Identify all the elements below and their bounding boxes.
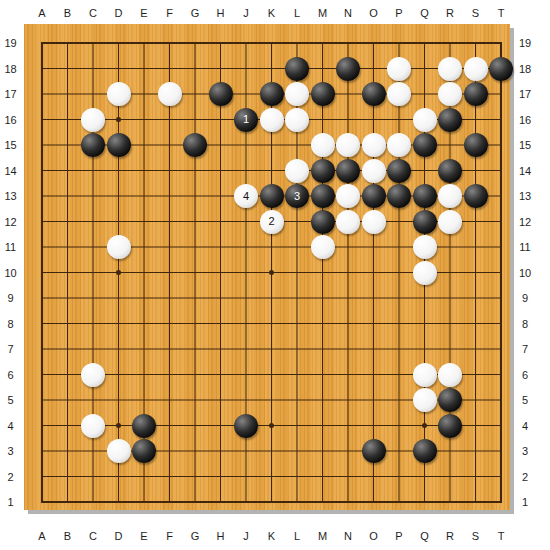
stone-white-L14 [285,159,309,183]
col-label-top-J: J [236,5,256,21]
stone-white-D11 [107,235,131,259]
col-label-top-G: G [185,5,205,21]
stone-white-R18 [438,57,462,81]
stone-white-R6 [438,363,462,387]
stone-white-C4 [81,414,105,438]
row-label-right-5: 5 [512,392,538,408]
row-label-right-2: 2 [512,469,538,485]
go-diagram: ABCDEFGHJKLMNOPQRST ABCDEFGHJKLMNOPQRST … [0,0,550,550]
row-label-left-5: 5 [0,392,21,408]
stone-black-L18 [285,57,309,81]
stone-black-E3 [132,439,156,463]
star-point [269,423,274,428]
row-label-right-3: 3 [512,443,538,459]
stone-black-N14 [336,159,360,183]
stone-black-H17 [209,82,233,106]
stone-black-R5 [438,388,462,412]
stone-white-P18 [387,57,411,81]
row-label-left-7: 7 [0,341,21,357]
stone-white-P15 [387,133,411,157]
col-label-top-S: S [466,5,486,21]
row-label-left-9: 9 [0,290,21,306]
row-label-left-13: 13 [0,188,21,204]
stone-black-P13 [387,184,411,208]
col-label-top-M: M [313,5,333,21]
col-label-bottom-D: D [109,528,129,544]
col-label-top-H: H [211,5,231,21]
row-label-left-15: 15 [0,137,21,153]
stone-white-L16 [285,108,309,132]
col-label-top-L: L [287,5,307,21]
stone-white-K12: 2 [260,210,284,234]
stone-white-Q5 [413,388,437,412]
row-label-right-14: 14 [512,163,538,179]
col-label-top-P: P [389,5,409,21]
col-label-bottom-T: T [491,528,511,544]
col-label-bottom-L: L [287,528,307,544]
stone-white-D17 [107,82,131,106]
col-label-bottom-P: P [389,528,409,544]
col-label-top-C: C [83,5,103,21]
stone-white-M11 [311,235,335,259]
stone-white-L17 [285,82,309,106]
row-label-right-9: 9 [512,290,538,306]
stone-black-R16 [438,108,462,132]
row-label-right-7: 7 [512,341,538,357]
stone-white-N12 [336,210,360,234]
col-label-bottom-N: N [338,528,358,544]
col-label-top-E: E [134,5,154,21]
stone-black-S17 [464,82,488,106]
stone-white-O14 [362,159,386,183]
stone-black-M12 [311,210,335,234]
col-label-top-T: T [491,5,511,21]
stone-black-G15 [183,133,207,157]
star-point [116,423,121,428]
row-label-left-14: 14 [0,163,21,179]
stone-black-R4 [438,414,462,438]
col-label-bottom-Q: Q [415,528,435,544]
col-label-top-O: O [364,5,384,21]
col-label-bottom-A: A [32,528,52,544]
col-label-bottom-G: G [185,528,205,544]
stone-black-R14 [438,159,462,183]
stone-black-L13: 3 [285,184,309,208]
row-label-right-6: 6 [512,367,538,383]
stone-black-E4 [132,414,156,438]
col-label-top-R: R [440,5,460,21]
stone-black-T18 [489,57,513,81]
stone-black-P14 [387,159,411,183]
col-label-top-Q: Q [415,5,435,21]
col-label-bottom-M: M [313,528,333,544]
row-label-right-4: 4 [512,418,538,434]
stone-white-Q10 [413,261,437,285]
row-label-left-19: 19 [0,35,21,51]
move-number-label: 4 [243,191,249,202]
stone-white-C16 [81,108,105,132]
star-point [116,270,121,275]
stone-black-K17 [260,82,284,106]
row-label-right-11: 11 [512,239,538,255]
stone-black-O13 [362,184,386,208]
stone-black-D15 [107,133,131,157]
stone-black-M17 [311,82,335,106]
row-label-left-18: 18 [0,61,21,77]
stone-white-Q11 [413,235,437,259]
row-label-left-8: 8 [0,316,21,332]
col-label-bottom-C: C [83,528,103,544]
star-point [269,270,274,275]
stone-white-S18 [464,57,488,81]
col-label-bottom-S: S [466,528,486,544]
stone-black-Q3 [413,439,437,463]
move-number-label: 3 [294,191,300,202]
row-label-right-13: 13 [512,188,538,204]
stone-white-Q16 [413,108,437,132]
row-label-left-16: 16 [0,112,21,128]
stone-black-S15 [464,133,488,157]
stone-white-F17 [158,82,182,106]
stone-black-O17 [362,82,386,106]
stone-black-C15 [81,133,105,157]
col-label-bottom-J: J [236,528,256,544]
col-label-top-F: F [160,5,180,21]
stone-black-N18 [336,57,360,81]
stone-white-Q6 [413,363,437,387]
stone-black-Q15 [413,133,437,157]
col-label-top-D: D [109,5,129,21]
stone-white-R13 [438,184,462,208]
row-label-left-12: 12 [0,214,21,230]
stone-white-C6 [81,363,105,387]
stone-black-Q12 [413,210,437,234]
stone-white-O12 [362,210,386,234]
row-label-right-19: 19 [512,35,538,51]
row-label-left-4: 4 [0,418,21,434]
stone-white-P17 [387,82,411,106]
stone-white-D3 [107,439,131,463]
col-label-top-B: B [58,5,78,21]
stone-white-O15 [362,133,386,157]
move-number-label: 1 [243,114,249,125]
stone-white-M15 [311,133,335,157]
stone-white-N13 [336,184,360,208]
row-label-left-10: 10 [0,265,21,281]
row-label-right-10: 10 [512,265,538,281]
row-label-right-15: 15 [512,137,538,153]
col-label-bottom-H: H [211,528,231,544]
stone-black-M13 [311,184,335,208]
col-label-top-K: K [262,5,282,21]
stone-white-J13: 4 [234,184,258,208]
row-label-left-2: 2 [0,469,21,485]
stone-black-S13 [464,184,488,208]
row-label-right-17: 17 [512,86,538,102]
row-label-left-3: 3 [0,443,21,459]
stone-black-J16: 1 [234,108,258,132]
star-point [116,117,121,122]
stone-white-K16 [260,108,284,132]
stone-black-O3 [362,439,386,463]
star-point [422,423,427,428]
stone-black-J4 [234,414,258,438]
col-label-bottom-O: O [364,528,384,544]
stone-black-M14 [311,159,335,183]
col-label-bottom-B: B [58,528,78,544]
stone-black-Q13 [413,184,437,208]
row-label-right-12: 12 [512,214,538,230]
col-label-bottom-R: R [440,528,460,544]
col-label-top-N: N [338,5,358,21]
col-label-top-A: A [32,5,52,21]
stone-white-R12 [438,210,462,234]
row-label-left-1: 1 [0,494,21,510]
row-label-right-16: 16 [512,112,538,128]
col-label-bottom-F: F [160,528,180,544]
row-label-left-17: 17 [0,86,21,102]
stone-white-N15 [336,133,360,157]
row-label-right-8: 8 [512,316,538,332]
row-label-right-18: 18 [512,61,538,77]
col-label-bottom-E: E [134,528,154,544]
stone-black-K13 [260,184,284,208]
move-number-label: 2 [268,216,274,227]
stone-white-R17 [438,82,462,106]
row-label-right-1: 1 [512,494,538,510]
col-label-bottom-K: K [262,528,282,544]
row-label-left-6: 6 [0,367,21,383]
row-label-left-11: 11 [0,239,21,255]
